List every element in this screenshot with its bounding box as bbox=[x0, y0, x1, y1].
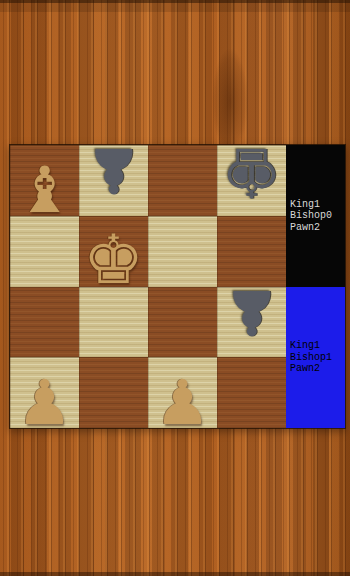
square-d1[interactable] bbox=[217, 357, 286, 428]
blue-king-count: King1 bbox=[290, 340, 332, 352]
square-c1[interactable]: ♟ bbox=[148, 357, 217, 428]
square-a1[interactable]: ♟ bbox=[10, 357, 79, 428]
black-pawn[interactable]: ♟ bbox=[224, 281, 280, 343]
black-pawn[interactable]: ♟ bbox=[86, 139, 142, 201]
square-b1[interactable] bbox=[79, 357, 148, 428]
white-pawn[interactable]: ♟ bbox=[17, 372, 73, 434]
square-a2[interactable] bbox=[10, 287, 79, 358]
blue-bishop-count: Bishop1 bbox=[290, 352, 332, 364]
square-c2[interactable] bbox=[148, 287, 217, 358]
square-c3[interactable] bbox=[148, 216, 217, 287]
black-pawn-count: Pawn2 bbox=[290, 222, 332, 234]
square-b3[interactable]: ♚ bbox=[79, 216, 148, 287]
square-d4[interactable]: ♚ bbox=[217, 145, 286, 216]
blue-pawn-count: Pawn2 bbox=[290, 363, 332, 375]
white-pawn[interactable]: ♟ bbox=[155, 372, 211, 434]
blue-player-piece-counts: King1 Bishop1 Pawn2 bbox=[286, 340, 332, 375]
square-a4[interactable]: ♝ bbox=[10, 145, 79, 216]
black-king-count: King1 bbox=[290, 199, 332, 211]
white-king[interactable]: ♚ bbox=[83, 226, 144, 294]
wood-plank-bottom-edge bbox=[0, 572, 350, 576]
square-b2[interactable] bbox=[79, 287, 148, 358]
square-c4[interactable] bbox=[148, 145, 217, 216]
board: King1 Bishop0 Pawn2 King1 Bishop1 Pawn2 … bbox=[9, 144, 346, 429]
black-player-panel: King1 Bishop0 Pawn2 bbox=[286, 145, 345, 287]
square-d2[interactable]: ♟ bbox=[217, 287, 286, 358]
black-player-piece-counts: King1 Bishop0 Pawn2 bbox=[286, 199, 332, 234]
square-b4[interactable]: ♟ bbox=[79, 145, 148, 216]
white-bishop[interactable]: ♝ bbox=[16, 158, 73, 222]
wood-plank-top-band bbox=[0, 3, 350, 12]
square-a3[interactable] bbox=[10, 216, 79, 287]
blue-player-panel: King1 Bishop1 Pawn2 bbox=[286, 287, 345, 429]
black-bishop-count: Bishop0 bbox=[290, 210, 332, 222]
black-king[interactable]: ♚ bbox=[221, 138, 282, 206]
